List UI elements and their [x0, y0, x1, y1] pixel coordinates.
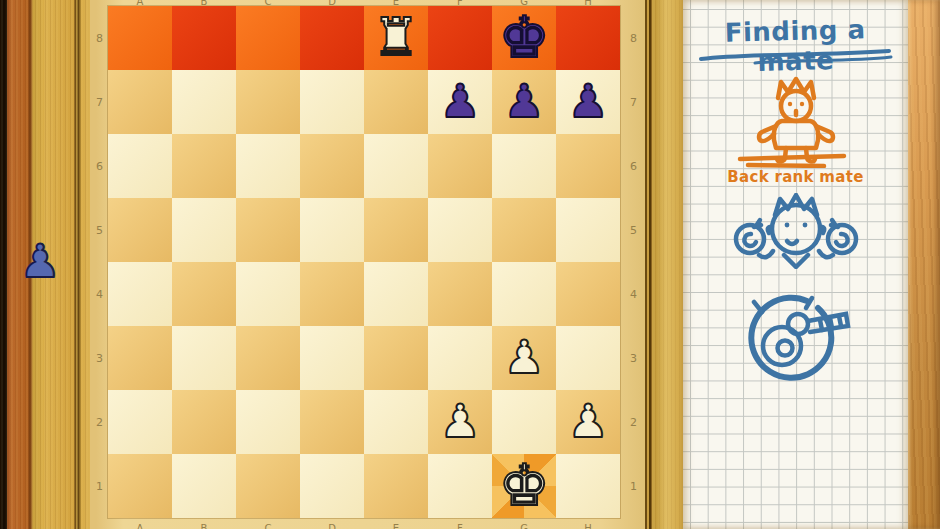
coord-label: A — [108, 0, 172, 5]
square-d5[interactable] — [300, 198, 364, 262]
coord-label: 2 — [630, 390, 642, 454]
square-b1[interactable] — [172, 454, 236, 518]
coord-label: 5 — [630, 198, 642, 262]
square-b3[interactable] — [172, 326, 236, 390]
chessboard-frame: ABCDEFGH ABCDEFGH 87654321 87654321 ♜♚♟♟… — [90, 0, 645, 529]
coord-label: E — [364, 0, 428, 5]
square-g2[interactable] — [492, 390, 556, 454]
square-d7[interactable] — [300, 70, 364, 134]
back-rank-mate-king-doodle[interactable] — [726, 74, 866, 168]
square-g5[interactable] — [492, 198, 556, 262]
lesson-label: Back rank mate — [683, 168, 908, 186]
square-c7[interactable] — [236, 70, 300, 134]
square-e7[interactable] — [364, 70, 428, 134]
square-f3[interactable] — [428, 326, 492, 390]
coord-label: 7 — [92, 70, 107, 134]
coord-label: 4 — [630, 262, 642, 326]
square-g6[interactable] — [492, 134, 556, 198]
coord-label: F — [428, 523, 492, 529]
file-labels-bottom: ABCDEFGH — [108, 518, 620, 529]
square-c1[interactable] — [236, 454, 300, 518]
coord-label: F — [428, 0, 492, 5]
coord-label: 1 — [92, 454, 107, 518]
square-c4[interactable] — [236, 262, 300, 326]
square-b6[interactable] — [172, 134, 236, 198]
coord-label: 7 — [630, 70, 642, 134]
square-b5[interactable] — [172, 198, 236, 262]
square-f5[interactable] — [428, 198, 492, 262]
square-a8[interactable] — [108, 6, 172, 70]
square-a1[interactable] — [108, 454, 172, 518]
square-e6[interactable] — [364, 134, 428, 198]
square-f6[interactable] — [428, 134, 492, 198]
chessboard: ♜♚♟♟♟♟♟♟♚ — [108, 6, 620, 518]
title-underline — [697, 48, 895, 66]
square-d2[interactable] — [300, 390, 364, 454]
square-a6[interactable] — [108, 134, 172, 198]
square-e5[interactable] — [364, 198, 428, 262]
board-right-edge — [645, 0, 655, 529]
square-b4[interactable] — [172, 262, 236, 326]
piece-black-pawn-g7[interactable]: ♟ — [492, 70, 556, 134]
coord-label: 5 — [92, 198, 107, 262]
coord-label: 8 — [92, 6, 107, 70]
coord-label: 4 — [92, 262, 107, 326]
coord-label: B — [172, 523, 236, 529]
page-title: Finding a mate — [682, 13, 908, 79]
square-f8[interactable] — [428, 6, 492, 70]
square-a5[interactable] — [108, 198, 172, 262]
coord-label: 8 — [630, 6, 642, 70]
coord-label: E — [364, 523, 428, 529]
square-d1[interactable] — [300, 454, 364, 518]
square-c3[interactable] — [236, 326, 300, 390]
coord-label: C — [236, 0, 300, 5]
coord-label: 1 — [630, 454, 642, 518]
gong-with-mallet-doodle[interactable] — [740, 290, 860, 388]
square-e4[interactable] — [364, 262, 428, 326]
rank-labels-left: 87654321 — [92, 6, 107, 518]
square-c5[interactable] — [236, 198, 300, 262]
pawn-menu-icon[interactable]: ♟ — [17, 232, 63, 290]
square-c2[interactable] — [236, 390, 300, 454]
square-a2[interactable] — [108, 390, 172, 454]
piece-black-pawn-h7[interactable]: ♟ — [556, 70, 620, 134]
coord-label: 3 — [630, 326, 642, 390]
square-a3[interactable] — [108, 326, 172, 390]
piece-black-pawn-f7[interactable]: ♟ — [428, 70, 492, 134]
piece-white-pawn-g3[interactable]: ♟ — [492, 326, 556, 390]
square-d3[interactable] — [300, 326, 364, 390]
coord-label: 6 — [92, 134, 107, 198]
square-d6[interactable] — [300, 134, 364, 198]
notebook-page: Finding a mate Back rank mate — [683, 0, 908, 529]
square-h3[interactable] — [556, 326, 620, 390]
square-a4[interactable] — [108, 262, 172, 326]
coord-label: A — [108, 523, 172, 529]
coord-label: H — [556, 0, 620, 5]
coord-label: D — [300, 523, 364, 529]
square-e1[interactable] — [364, 454, 428, 518]
square-h5[interactable] — [556, 198, 620, 262]
piece-white-pawn-h2[interactable]: ♟ — [556, 390, 620, 454]
square-b2[interactable] — [172, 390, 236, 454]
square-e3[interactable] — [364, 326, 428, 390]
king-with-stopwatches-doodle[interactable] — [729, 193, 863, 269]
square-f4[interactable] — [428, 262, 492, 326]
square-a7[interactable] — [108, 70, 172, 134]
square-c6[interactable] — [236, 134, 300, 198]
wood-strip-between — [655, 0, 683, 529]
piece-white-rook-e8[interactable]: ♜ — [364, 6, 428, 70]
square-h1[interactable] — [556, 454, 620, 518]
square-g4[interactable] — [492, 262, 556, 326]
wood-table-right — [908, 0, 940, 529]
coord-label: 2 — [92, 390, 107, 454]
coord-label: H — [556, 523, 620, 529]
coord-label: D — [300, 0, 364, 5]
coord-label: B — [172, 0, 236, 5]
square-b7[interactable] — [172, 70, 236, 134]
coord-label: 3 — [92, 326, 107, 390]
piece-white-king-g1[interactable]: ♚ — [492, 454, 556, 518]
square-h6[interactable] — [556, 134, 620, 198]
piece-black-king-g8[interactable]: ♚ — [492, 6, 556, 70]
square-b8[interactable] — [172, 6, 236, 70]
square-e2[interactable] — [364, 390, 428, 454]
piece-white-pawn-f2[interactable]: ♟ — [428, 390, 492, 454]
coord-label: C — [236, 523, 300, 529]
square-h8[interactable] — [556, 6, 620, 70]
coord-label: 6 — [630, 134, 642, 198]
square-h4[interactable] — [556, 262, 620, 326]
coord-label: G — [492, 523, 556, 529]
square-f1[interactable] — [428, 454, 492, 518]
square-d8[interactable] — [300, 6, 364, 70]
rank-labels-right: 87654321 — [622, 6, 642, 518]
square-d4[interactable] — [300, 262, 364, 326]
square-c8[interactable] — [236, 6, 300, 70]
